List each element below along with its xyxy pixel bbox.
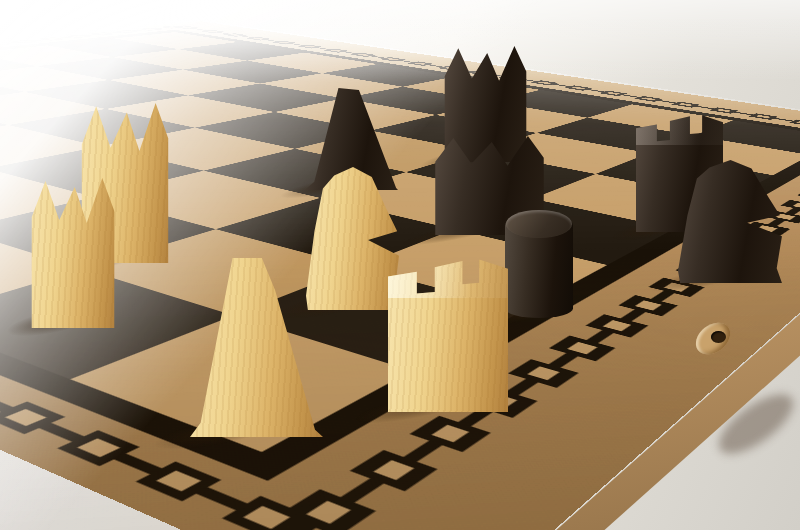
- white-queen-body: [30, 178, 116, 328]
- pawn-top-face: [506, 210, 571, 238]
- white-bishop-body: [190, 258, 323, 437]
- wood-highlight: [388, 258, 508, 298]
- white-rook-body: [388, 258, 508, 412]
- chess-photo-scene: [0, 0, 800, 530]
- wood-highlight: [636, 114, 723, 145]
- white-bishop[interactable]: [190, 258, 323, 437]
- screw-hole: [711, 331, 726, 343]
- white-queen[interactable]: [30, 178, 116, 328]
- black-pawn[interactable]: [505, 212, 573, 318]
- white-rook[interactable]: [388, 258, 508, 412]
- black-knight[interactable]: [678, 160, 783, 283]
- black-knight-body: [678, 160, 783, 283]
